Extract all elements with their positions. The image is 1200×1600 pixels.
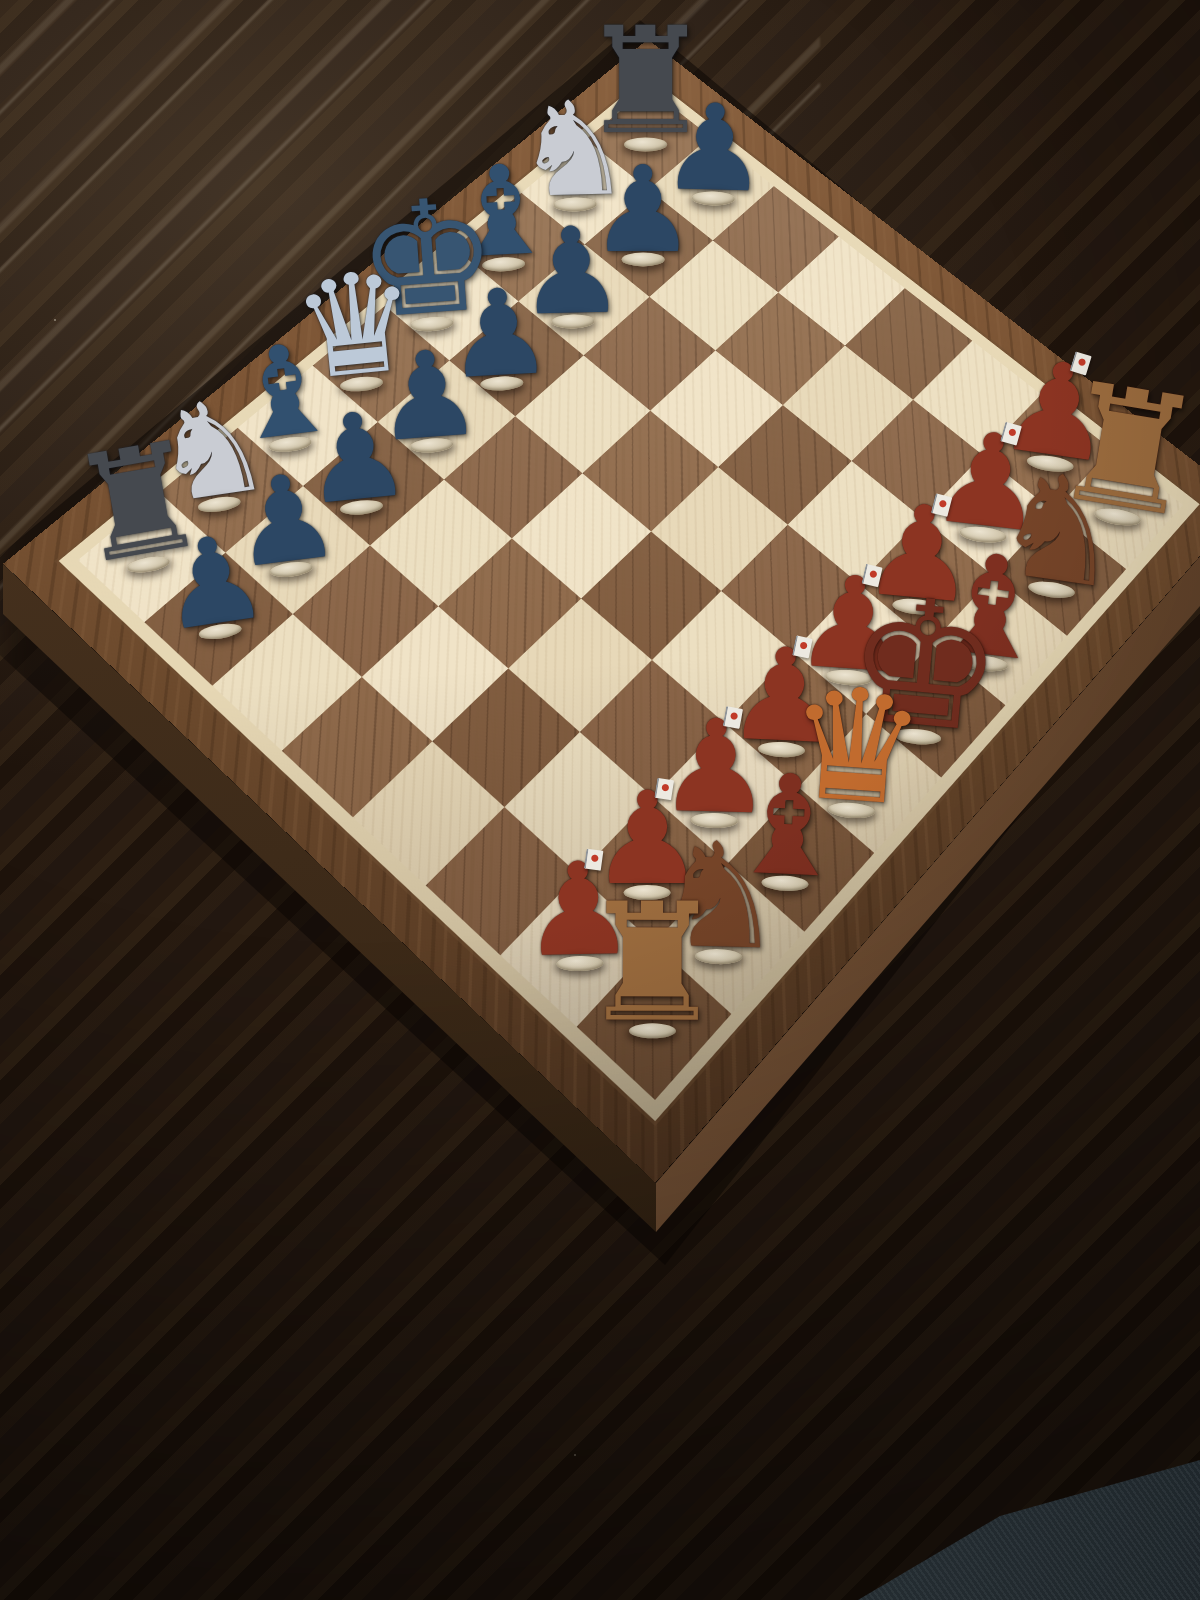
- scene: ♜♞♝♛♚♝♞♜♟♟♟♟♟♟♟♟♟♟♟♟♟♟♟♟♜♞♝♛♚♝♞♜: [0, 0, 1200, 1600]
- sashimono-banner: [654, 777, 674, 799]
- black-pawn-glyph: ♟: [153, 527, 273, 639]
- piece-black-pawn-a7[interactable]: ♟: [153, 527, 274, 646]
- piece-white-rook-a1[interactable]: ♜: [579, 896, 725, 1038]
- piece-base: [629, 1023, 676, 1038]
- piece-base: [621, 253, 664, 267]
- white-rook-glyph: ♜: [579, 896, 725, 1030]
- pieces-layer: ♜♞♝♛♚♝♞♜♟♟♟♟♟♟♟♟♟♟♟♟♟♟♟♟♜♞♝♛♚♝♞♜: [0, 0, 1200, 1600]
